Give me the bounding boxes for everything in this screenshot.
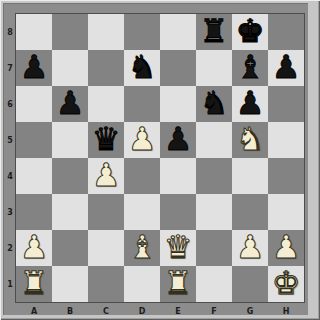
square-h3[interactable] bbox=[268, 194, 304, 230]
square-g5[interactable]: ♞ bbox=[232, 122, 268, 158]
rank-label-5: 5 bbox=[5, 122, 15, 158]
square-c2[interactable] bbox=[88, 230, 124, 266]
file-label-e: E bbox=[160, 306, 196, 317]
file-label-h: H bbox=[268, 306, 304, 317]
square-f6[interactable]: ♞ bbox=[196, 86, 232, 122]
file-label-f: F bbox=[196, 306, 232, 317]
square-e4[interactable] bbox=[160, 158, 196, 194]
square-d1[interactable] bbox=[124, 266, 160, 302]
black-queen-c5[interactable]: ♛ bbox=[92, 123, 121, 155]
square-c8[interactable] bbox=[88, 14, 124, 50]
black-pawn-h7[interactable]: ♟ bbox=[272, 51, 301, 83]
square-h2[interactable]: ♟ bbox=[268, 230, 304, 266]
square-a4[interactable] bbox=[16, 158, 52, 194]
square-c7[interactable] bbox=[88, 50, 124, 86]
square-e5[interactable]: ♟ bbox=[160, 122, 196, 158]
black-pawn-a7[interactable]: ♟ bbox=[20, 51, 49, 83]
square-b3[interactable] bbox=[52, 194, 88, 230]
square-e2[interactable]: ♛ bbox=[160, 230, 196, 266]
square-c5[interactable]: ♛ bbox=[88, 122, 124, 158]
square-d4[interactable] bbox=[124, 158, 160, 194]
square-a1[interactable]: ♜ bbox=[16, 266, 52, 302]
rank-label-6: 6 bbox=[5, 86, 15, 122]
file-label-g: G bbox=[232, 306, 268, 317]
file-label-b: B bbox=[52, 306, 88, 317]
square-c1[interactable] bbox=[88, 266, 124, 302]
square-d5[interactable]: ♟ bbox=[124, 122, 160, 158]
black-rook-f8[interactable]: ♜ bbox=[200, 15, 229, 47]
square-d6[interactable] bbox=[124, 86, 160, 122]
square-e8[interactable] bbox=[160, 14, 196, 50]
square-h1[interactable]: ♚ bbox=[268, 266, 304, 302]
square-h5[interactable] bbox=[268, 122, 304, 158]
square-b1[interactable] bbox=[52, 266, 88, 302]
black-king-g8[interactable]: ♚ bbox=[236, 15, 265, 47]
square-d3[interactable] bbox=[124, 194, 160, 230]
square-a8[interactable] bbox=[16, 14, 52, 50]
square-g8[interactable]: ♚ bbox=[232, 14, 268, 50]
white-king-h1[interactable]: ♚ bbox=[272, 267, 301, 299]
square-e3[interactable] bbox=[160, 194, 196, 230]
board-margin-panel: 87654321 ♜♚♟♞♝♟♟♞♟♛♟♟♞♟♟♝♛♟♟♜♜♚ ABCDEFGH bbox=[3, 3, 308, 315]
square-b5[interactable] bbox=[52, 122, 88, 158]
rank-label-4: 4 bbox=[5, 158, 15, 194]
square-h6[interactable] bbox=[268, 86, 304, 122]
black-bishop-g7[interactable]: ♝ bbox=[236, 51, 265, 83]
white-pawn-d5[interactable]: ♟ bbox=[128, 123, 157, 155]
white-pawn-h2[interactable]: ♟ bbox=[272, 231, 301, 263]
square-g2[interactable]: ♟ bbox=[232, 230, 268, 266]
white-rook-a1[interactable]: ♜ bbox=[20, 267, 49, 299]
square-f8[interactable]: ♜ bbox=[196, 14, 232, 50]
black-knight-d7[interactable]: ♞ bbox=[128, 51, 157, 83]
square-g1[interactable] bbox=[232, 266, 268, 302]
square-d7[interactable]: ♞ bbox=[124, 50, 160, 86]
square-g7[interactable]: ♝ bbox=[232, 50, 268, 86]
chess-diagram-frame: 87654321 ♜♚♟♞♝♟♟♞♟♛♟♟♞♟♟♝♛♟♟♜♜♚ ABCDEFGH bbox=[0, 0, 320, 320]
square-f3[interactable] bbox=[196, 194, 232, 230]
square-b8[interactable] bbox=[52, 14, 88, 50]
file-label-c: C bbox=[88, 306, 124, 317]
black-pawn-b6[interactable]: ♟ bbox=[56, 87, 85, 119]
white-pawn-c4[interactable]: ♟ bbox=[92, 159, 121, 191]
square-e7[interactable] bbox=[160, 50, 196, 86]
file-labels: ABCDEFGH bbox=[16, 306, 304, 317]
file-label-a: A bbox=[16, 306, 52, 317]
white-pawn-g2[interactable]: ♟ bbox=[236, 231, 265, 263]
rank-label-3: 3 bbox=[5, 194, 15, 230]
chess-board[interactable]: ♜♚♟♞♝♟♟♞♟♛♟♟♞♟♟♝♛♟♟♜♜♚ bbox=[15, 13, 305, 303]
square-a2[interactable]: ♟ bbox=[16, 230, 52, 266]
square-f7[interactable] bbox=[196, 50, 232, 86]
file-label-d: D bbox=[124, 306, 160, 317]
white-bishop-d2[interactable]: ♝ bbox=[128, 231, 157, 263]
square-g6[interactable]: ♟ bbox=[232, 86, 268, 122]
black-knight-f6[interactable]: ♞ bbox=[200, 87, 229, 119]
square-f1[interactable] bbox=[196, 266, 232, 302]
rank-labels: 87654321 bbox=[5, 14, 15, 302]
white-rook-e1[interactable]: ♜ bbox=[164, 267, 193, 299]
square-d2[interactable]: ♝ bbox=[124, 230, 160, 266]
white-knight-g5[interactable]: ♞ bbox=[236, 123, 265, 155]
square-h8[interactable] bbox=[268, 14, 304, 50]
square-b6[interactable]: ♟ bbox=[52, 86, 88, 122]
square-h7[interactable]: ♟ bbox=[268, 50, 304, 86]
white-queen-e2[interactable]: ♛ bbox=[164, 231, 193, 263]
black-pawn-g6[interactable]: ♟ bbox=[236, 87, 265, 119]
square-d8[interactable] bbox=[124, 14, 160, 50]
black-pawn-e5[interactable]: ♟ bbox=[164, 123, 193, 155]
square-b7[interactable] bbox=[52, 50, 88, 86]
square-g3[interactable] bbox=[232, 194, 268, 230]
square-b4[interactable] bbox=[52, 158, 88, 194]
square-c3[interactable] bbox=[88, 194, 124, 230]
white-pawn-a2[interactable]: ♟ bbox=[20, 231, 49, 263]
square-g4[interactable] bbox=[232, 158, 268, 194]
rank-label-7: 7 bbox=[5, 50, 15, 86]
square-a6[interactable] bbox=[16, 86, 52, 122]
square-e1[interactable]: ♜ bbox=[160, 266, 196, 302]
square-b2[interactable] bbox=[52, 230, 88, 266]
square-h4[interactable] bbox=[268, 158, 304, 194]
square-a5[interactable] bbox=[16, 122, 52, 158]
square-c4[interactable]: ♟ bbox=[88, 158, 124, 194]
square-f4[interactable] bbox=[196, 158, 232, 194]
rank-label-1: 1 bbox=[5, 266, 15, 302]
square-e6[interactable] bbox=[160, 86, 196, 122]
square-f2[interactable] bbox=[196, 230, 232, 266]
rank-label-2: 2 bbox=[5, 230, 15, 266]
square-a7[interactable]: ♟ bbox=[16, 50, 52, 86]
square-c6[interactable] bbox=[88, 86, 124, 122]
rank-label-8: 8 bbox=[5, 14, 15, 50]
square-a3[interactable] bbox=[16, 194, 52, 230]
square-f5[interactable] bbox=[196, 122, 232, 158]
